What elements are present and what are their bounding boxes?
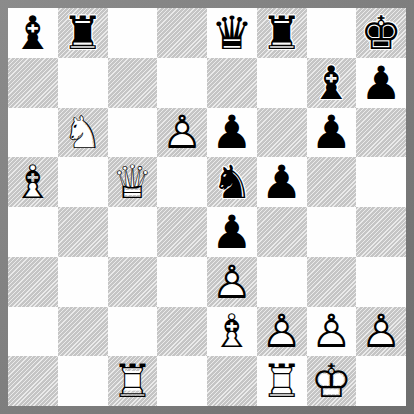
black-piece-glyph: ♚ xyxy=(356,8,406,58)
square-c6[interactable] xyxy=(108,108,158,158)
square-e5[interactable]: ♞ xyxy=(207,157,257,207)
square-g6[interactable]: ♟ xyxy=(307,108,357,158)
white-piece-outline-glyph: ♗ xyxy=(207,307,257,357)
chess-board: ♝♜♛♜♚♝♟♞♘♟♙♟♟♝♗♛♕♞♟♟♟♙♝♗♟♙♟♙♟♙♜♖♜♖♚♔ xyxy=(8,8,406,406)
square-c8[interactable] xyxy=(108,8,158,58)
square-h5[interactable] xyxy=(356,157,406,207)
square-h1[interactable] xyxy=(356,356,406,406)
piece-white-queen[interactable]: ♛♕ xyxy=(108,157,158,207)
piece-white-bishop[interactable]: ♝♗ xyxy=(8,157,58,207)
black-piece-glyph: ♟ xyxy=(207,108,257,158)
square-e6[interactable]: ♟ xyxy=(207,108,257,158)
square-a8[interactable]: ♝ xyxy=(8,8,58,58)
square-d8[interactable] xyxy=(157,8,207,58)
square-g1[interactable]: ♚♔ xyxy=(307,356,357,406)
square-a6[interactable] xyxy=(8,108,58,158)
piece-white-knight[interactable]: ♞♘ xyxy=(58,108,108,158)
white-piece-outline-glyph: ♗ xyxy=(8,157,58,207)
square-d4[interactable] xyxy=(157,207,207,257)
piece-black-pawn[interactable]: ♟ xyxy=(307,108,357,158)
square-h8[interactable]: ♚ xyxy=(356,8,406,58)
white-piece-outline-glyph: ♙ xyxy=(356,307,406,357)
square-b8[interactable]: ♜ xyxy=(58,8,108,58)
square-c1[interactable]: ♜♖ xyxy=(108,356,158,406)
square-d7[interactable] xyxy=(157,58,207,108)
square-f2[interactable]: ♟♙ xyxy=(257,307,307,357)
black-piece-glyph: ♝ xyxy=(8,8,58,58)
piece-black-bishop[interactable]: ♝ xyxy=(307,58,357,108)
square-c5[interactable]: ♛♕ xyxy=(108,157,158,207)
white-piece-outline-glyph: ♖ xyxy=(257,356,307,406)
square-b2[interactable] xyxy=(58,307,108,357)
white-piece-outline-glyph: ♘ xyxy=(58,108,108,158)
black-piece-glyph: ♜ xyxy=(257,8,307,58)
square-d6[interactable]: ♟♙ xyxy=(157,108,207,158)
square-a1[interactable] xyxy=(8,356,58,406)
square-c3[interactable] xyxy=(108,257,158,307)
board-frame: ♝♜♛♜♚♝♟♞♘♟♙♟♟♝♗♛♕♞♟♟♟♙♝♗♟♙♟♙♟♙♜♖♜♖♚♔ xyxy=(0,0,414,414)
piece-white-pawn[interactable]: ♟♙ xyxy=(257,307,307,357)
square-c4[interactable] xyxy=(108,207,158,257)
piece-black-rook[interactable]: ♜ xyxy=(58,8,108,58)
square-a2[interactable] xyxy=(8,307,58,357)
square-a7[interactable] xyxy=(8,58,58,108)
square-c7[interactable] xyxy=(108,58,158,108)
black-piece-glyph: ♟ xyxy=(257,157,307,207)
square-b3[interactable] xyxy=(58,257,108,307)
piece-black-king[interactable]: ♚ xyxy=(356,8,406,58)
square-a4[interactable] xyxy=(8,207,58,257)
square-d2[interactable] xyxy=(157,307,207,357)
square-b7[interactable] xyxy=(58,58,108,108)
white-piece-outline-glyph: ♙ xyxy=(257,307,307,357)
piece-white-pawn[interactable]: ♟♙ xyxy=(157,108,207,158)
square-d1[interactable] xyxy=(157,356,207,406)
white-piece-outline-glyph: ♕ xyxy=(108,157,158,207)
square-f8[interactable]: ♜ xyxy=(257,8,307,58)
square-e3[interactable]: ♟♙ xyxy=(207,257,257,307)
square-h6[interactable] xyxy=(356,108,406,158)
square-d5[interactable] xyxy=(157,157,207,207)
square-a3[interactable] xyxy=(8,257,58,307)
black-piece-glyph: ♝ xyxy=(307,58,357,108)
square-c2[interactable] xyxy=(108,307,158,357)
black-piece-glyph: ♟ xyxy=(307,108,357,158)
square-f3[interactable] xyxy=(257,257,307,307)
square-f5[interactable]: ♟ xyxy=(257,157,307,207)
square-b6[interactable]: ♞♘ xyxy=(58,108,108,158)
piece-black-pawn[interactable]: ♟ xyxy=(207,108,257,158)
square-g7[interactable]: ♝ xyxy=(307,58,357,108)
square-f4[interactable] xyxy=(257,207,307,257)
piece-white-pawn[interactable]: ♟♙ xyxy=(356,307,406,357)
piece-black-knight[interactable]: ♞ xyxy=(207,157,257,207)
square-d3[interactable] xyxy=(157,257,207,307)
piece-white-rook[interactable]: ♜♖ xyxy=(108,356,158,406)
piece-black-pawn[interactable]: ♟ xyxy=(207,207,257,257)
piece-black-pawn[interactable]: ♟ xyxy=(257,157,307,207)
black-piece-glyph: ♟ xyxy=(207,207,257,257)
black-piece-glyph: ♞ xyxy=(207,157,257,207)
square-e2[interactable]: ♝♗ xyxy=(207,307,257,357)
square-e7[interactable] xyxy=(207,58,257,108)
piece-white-pawn[interactable]: ♟♙ xyxy=(307,307,357,357)
square-f7[interactable] xyxy=(257,58,307,108)
square-g2[interactable]: ♟♙ xyxy=(307,307,357,357)
square-b4[interactable] xyxy=(58,207,108,257)
white-piece-outline-glyph: ♙ xyxy=(207,257,257,307)
square-e4[interactable]: ♟ xyxy=(207,207,257,257)
piece-white-king[interactable]: ♚♔ xyxy=(307,356,357,406)
white-piece-outline-glyph: ♙ xyxy=(157,108,207,158)
square-e1[interactable] xyxy=(207,356,257,406)
piece-white-bishop[interactable]: ♝♗ xyxy=(207,307,257,357)
black-piece-glyph: ♛ xyxy=(207,8,257,58)
piece-white-pawn[interactable]: ♟♙ xyxy=(207,257,257,307)
square-f1[interactable]: ♜♖ xyxy=(257,356,307,406)
square-a5[interactable]: ♝♗ xyxy=(8,157,58,207)
square-f6[interactable] xyxy=(257,108,307,158)
piece-white-rook[interactable]: ♜♖ xyxy=(257,356,307,406)
piece-black-rook[interactable]: ♜ xyxy=(257,8,307,58)
white-piece-outline-glyph: ♖ xyxy=(108,356,158,406)
square-b1[interactable] xyxy=(58,356,108,406)
square-h2[interactable]: ♟♙ xyxy=(356,307,406,357)
piece-black-pawn[interactable]: ♟ xyxy=(356,58,406,108)
square-g5[interactable] xyxy=(307,157,357,207)
white-piece-outline-glyph: ♙ xyxy=(307,307,357,357)
square-g3[interactable] xyxy=(307,257,357,307)
square-h3[interactable] xyxy=(356,257,406,307)
piece-black-bishop[interactable]: ♝ xyxy=(8,8,58,58)
square-h7[interactable]: ♟ xyxy=(356,58,406,108)
square-b5[interactable] xyxy=(58,157,108,207)
black-piece-glyph: ♟ xyxy=(356,58,406,108)
black-piece-glyph: ♜ xyxy=(58,8,108,58)
square-e8[interactable]: ♛ xyxy=(207,8,257,58)
square-h4[interactable] xyxy=(356,207,406,257)
piece-black-queen[interactable]: ♛ xyxy=(207,8,257,58)
square-g8[interactable] xyxy=(307,8,357,58)
square-g4[interactable] xyxy=(307,207,357,257)
white-piece-outline-glyph: ♔ xyxy=(307,356,357,406)
